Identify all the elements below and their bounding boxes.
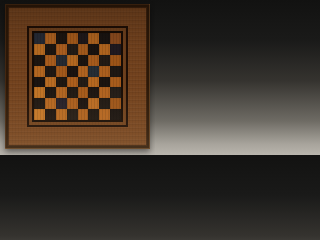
square-f3 — [88, 87, 99, 98]
square-c4 — [56, 77, 67, 88]
square-h5 — [110, 66, 121, 77]
square-e4 — [78, 77, 89, 88]
square-g2 — [99, 98, 110, 109]
square-c7 — [56, 44, 67, 55]
square-f8 — [88, 33, 99, 44]
square-e6 — [78, 55, 89, 66]
square-d2 — [67, 98, 78, 109]
square-f1 — [88, 109, 99, 120]
square-b6 — [45, 55, 56, 66]
square-b2 — [45, 98, 56, 109]
square-e3 — [78, 87, 89, 98]
square-b4 — [45, 77, 56, 88]
square-e2 — [78, 98, 89, 109]
photo-background: { "game": "checkers", "description": "Ov… — [0, 0, 155, 155]
square-a3 — [34, 87, 45, 98]
square-c6 — [56, 55, 67, 66]
square-e1 — [78, 109, 89, 120]
square-g8 — [99, 33, 110, 44]
square-a6 — [34, 55, 45, 66]
square-e7 — [78, 44, 89, 55]
square-b5 — [45, 66, 56, 77]
square-d7 — [67, 44, 78, 55]
square-g5 — [99, 66, 110, 77]
square-h2 — [110, 98, 121, 109]
checkerboard — [32, 31, 123, 122]
square-f4 — [88, 77, 99, 88]
square-h6 — [110, 55, 121, 66]
square-a2 — [34, 98, 45, 109]
square-d8 — [67, 33, 78, 44]
square-g6 — [99, 55, 110, 66]
square-h8 — [110, 33, 121, 44]
square-b7 — [45, 44, 56, 55]
square-a8 — [34, 33, 45, 44]
square-c2 — [56, 98, 67, 109]
square-c1 — [56, 109, 67, 120]
square-f6 — [88, 55, 99, 66]
square-h7 — [110, 44, 121, 55]
frame-groove-and-margin — [27, 26, 128, 127]
square-b8 — [45, 33, 56, 44]
square-g4 — [99, 77, 110, 88]
square-f2 — [88, 98, 99, 109]
square-c5 — [56, 66, 67, 77]
square-d6 — [67, 55, 78, 66]
game-board — [5, 4, 150, 149]
square-h3 — [110, 87, 121, 98]
square-d4 — [67, 77, 78, 88]
square-e5 — [78, 66, 89, 77]
square-b1 — [45, 109, 56, 120]
square-d3 — [67, 87, 78, 98]
square-a4 — [34, 77, 45, 88]
square-a1 — [34, 109, 45, 120]
square-d5 — [67, 66, 78, 77]
square-f7 — [88, 44, 99, 55]
square-e8 — [78, 33, 89, 44]
square-g1 — [99, 109, 110, 120]
square-g3 — [99, 87, 110, 98]
square-h1 — [110, 109, 121, 120]
square-c3 — [56, 87, 67, 98]
square-g7 — [99, 44, 110, 55]
square-a5 — [34, 66, 45, 77]
wooden-frame — [8, 7, 147, 146]
square-f5 — [88, 66, 99, 77]
square-a7 — [34, 44, 45, 55]
square-d1 — [67, 109, 78, 120]
square-h4 — [110, 77, 121, 88]
square-c8 — [56, 33, 67, 44]
square-b3 — [45, 87, 56, 98]
